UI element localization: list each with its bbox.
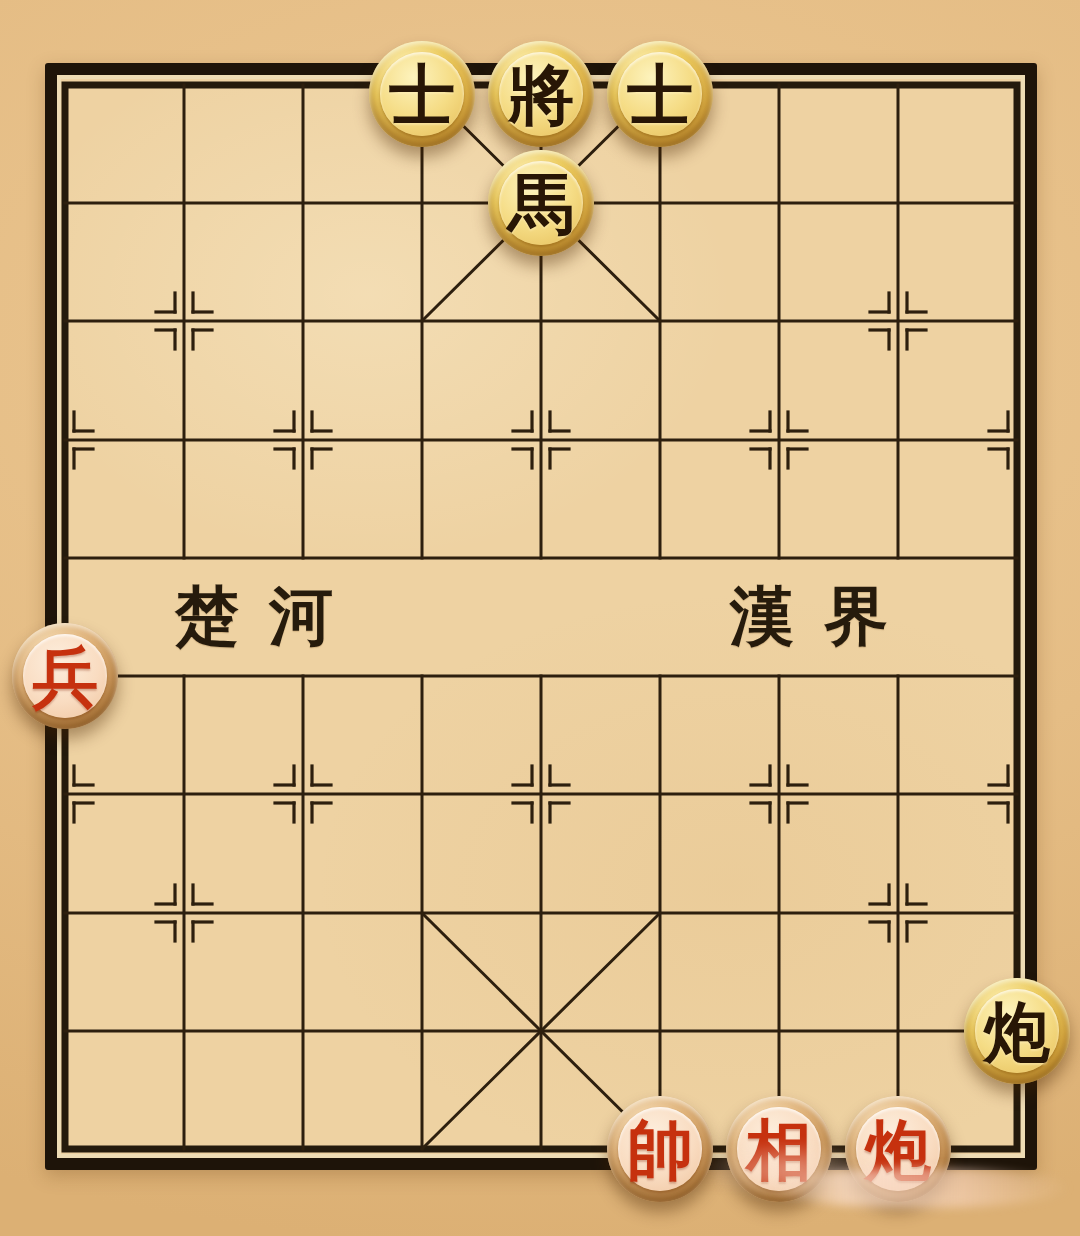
piece-glyph: 兵 — [32, 644, 98, 710]
piece-red-general[interactable]: 帥 — [607, 1096, 713, 1202]
piece-face: 帥 — [618, 1107, 702, 1191]
piece-glyph: 士 — [627, 62, 693, 128]
piece-glyph: 炮 — [984, 999, 1050, 1065]
piece-face: 士 — [618, 52, 702, 136]
piece-black-cannon[interactable]: 炮 — [964, 978, 1070, 1084]
piece-face: 炮 — [975, 989, 1059, 1073]
piece-glyph: 馬 — [508, 171, 574, 237]
piece-black-horse[interactable]: 馬 — [488, 150, 594, 256]
piece-face: 將 — [499, 52, 583, 136]
piece-black-general[interactable]: 將 — [488, 41, 594, 147]
piece-face: 士 — [380, 52, 464, 136]
piece-black-advisor-right[interactable]: 士 — [607, 41, 713, 147]
motion-blur-artifact — [770, 1168, 1070, 1208]
piece-face: 兵 — [23, 634, 107, 718]
piece-glyph: 帥 — [627, 1117, 693, 1183]
piece-black-advisor-left[interactable]: 士 — [369, 41, 475, 147]
piece-glyph: 將 — [508, 62, 574, 128]
river-label-chu-he: 楚河 — [175, 578, 363, 654]
xiangqi-board-screen: 楚河 漢界 士將士馬兵炮帥相炮 — [0, 0, 1080, 1236]
piece-glyph: 士 — [389, 62, 455, 128]
piece-red-soldier[interactable]: 兵 — [12, 623, 118, 729]
piece-face: 馬 — [499, 161, 583, 245]
river-label-han-jie: 漢界 — [730, 578, 918, 654]
